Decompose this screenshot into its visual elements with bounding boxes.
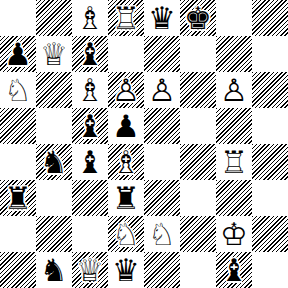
piece-black-rook[interactable]: ♜	[0, 180, 36, 216]
chess-board: ♝♗♜♖♛♚♟♛♕♝♞♘♝♗♟♙♟♙♟♙♝♟♞♝♝♗♜♖♜♜♞♘♞♘♚♔♞♛♕♛…	[0, 0, 288, 288]
square-f6[interactable]	[180, 72, 216, 108]
square-g4[interactable]: ♜♖	[216, 144, 252, 180]
piece-black-knight[interactable]: ♞	[36, 252, 72, 288]
square-c4[interactable]: ♝	[72, 144, 108, 180]
square-d6[interactable]: ♟♙	[108, 72, 144, 108]
piece-fill-glyph: ♝	[72, 108, 108, 144]
piece-outline-glyph: ♗	[108, 144, 144, 180]
square-a7[interactable]: ♟	[0, 36, 36, 72]
piece-white-bishop[interactable]: ♝♗	[72, 72, 108, 108]
piece-black-pawn[interactable]: ♟	[0, 36, 36, 72]
square-a8[interactable]	[0, 0, 36, 36]
square-b2[interactable]	[36, 216, 72, 252]
piece-white-queen[interactable]: ♛♕	[72, 252, 108, 288]
square-f8[interactable]: ♚	[180, 0, 216, 36]
square-g8[interactable]	[216, 0, 252, 36]
piece-black-knight[interactable]: ♞	[36, 144, 72, 180]
square-a6[interactable]: ♞♘	[0, 72, 36, 108]
piece-black-pawn[interactable]: ♟	[108, 108, 144, 144]
square-e2[interactable]: ♞♘	[144, 216, 180, 252]
piece-white-king[interactable]: ♚♔	[216, 216, 252, 252]
piece-outline-glyph: ♙	[108, 72, 144, 108]
square-b3[interactable]	[36, 180, 72, 216]
piece-black-bishop[interactable]: ♝	[72, 36, 108, 72]
piece-black-rook[interactable]: ♜	[108, 180, 144, 216]
piece-white-pawn[interactable]: ♟♙	[108, 72, 144, 108]
square-f3[interactable]	[180, 180, 216, 216]
square-d3[interactable]: ♜	[108, 180, 144, 216]
square-h3[interactable]	[252, 180, 288, 216]
square-h5[interactable]	[252, 108, 288, 144]
square-g3[interactable]	[216, 180, 252, 216]
piece-fill-glyph: ♞	[36, 252, 72, 288]
square-a3[interactable]: ♜	[0, 180, 36, 216]
piece-white-pawn[interactable]: ♟♙	[216, 72, 252, 108]
piece-outline-glyph: ♗	[72, 72, 108, 108]
square-c6[interactable]: ♝♗	[72, 72, 108, 108]
square-b1[interactable]: ♞	[36, 252, 72, 288]
square-h4[interactable]	[252, 144, 288, 180]
square-e3[interactable]	[144, 180, 180, 216]
piece-fill-glyph: ♚	[180, 0, 216, 36]
square-b8[interactable]	[36, 0, 72, 36]
piece-white-bishop[interactable]: ♝♗	[72, 0, 108, 36]
square-f4[interactable]	[180, 144, 216, 180]
square-b6[interactable]	[36, 72, 72, 108]
square-d7[interactable]	[108, 36, 144, 72]
piece-outline-glyph: ♘	[108, 216, 144, 252]
piece-fill-glyph: ♜	[0, 180, 36, 216]
square-c3[interactable]	[72, 180, 108, 216]
piece-outline-glyph: ♘	[0, 72, 36, 108]
piece-outline-glyph: ♕	[72, 252, 108, 288]
square-f2[interactable]	[180, 216, 216, 252]
piece-black-queen[interactable]: ♛	[144, 0, 180, 36]
square-h1[interactable]	[252, 252, 288, 288]
square-h7[interactable]	[252, 36, 288, 72]
square-f1[interactable]	[180, 252, 216, 288]
piece-outline-glyph: ♗	[72, 0, 108, 36]
piece-white-pawn[interactable]: ♟♙	[144, 72, 180, 108]
piece-outline-glyph: ♔	[216, 216, 252, 252]
square-e4[interactable]	[144, 144, 180, 180]
square-h6[interactable]	[252, 72, 288, 108]
piece-white-bishop[interactable]: ♝♗	[108, 144, 144, 180]
square-c8[interactable]: ♝♗	[72, 0, 108, 36]
piece-outline-glyph: ♖	[108, 0, 144, 36]
square-b7[interactable]: ♛♕	[36, 36, 72, 72]
square-e8[interactable]: ♛	[144, 0, 180, 36]
square-a4[interactable]	[0, 144, 36, 180]
piece-black-queen[interactable]: ♛	[108, 252, 144, 288]
square-c2[interactable]	[72, 216, 108, 252]
square-d1[interactable]: ♛	[108, 252, 144, 288]
square-f7[interactable]	[180, 36, 216, 72]
piece-fill-glyph: ♞	[36, 144, 72, 180]
square-b4[interactable]: ♞	[36, 144, 72, 180]
square-d2[interactable]: ♞♘	[108, 216, 144, 252]
piece-black-king[interactable]: ♚	[180, 0, 216, 36]
square-e6[interactable]: ♟♙	[144, 72, 180, 108]
square-f5[interactable]	[180, 108, 216, 144]
piece-black-bishop[interactable]: ♝	[72, 144, 108, 180]
piece-white-rook[interactable]: ♜♖	[216, 144, 252, 180]
square-h8[interactable]	[252, 0, 288, 36]
piece-fill-glyph: ♝	[216, 252, 252, 288]
square-d5[interactable]: ♟	[108, 108, 144, 144]
piece-white-rook[interactable]: ♜♖	[108, 0, 144, 36]
piece-fill-glyph: ♟	[0, 36, 36, 72]
square-a1[interactable]	[0, 252, 36, 288]
piece-fill-glyph: ♝	[72, 144, 108, 180]
piece-outline-glyph: ♙	[144, 72, 180, 108]
square-a5[interactable]	[0, 108, 36, 144]
piece-outline-glyph: ♕	[36, 36, 72, 72]
piece-outline-glyph: ♙	[216, 72, 252, 108]
piece-fill-glyph: ♝	[72, 36, 108, 72]
square-e5[interactable]	[144, 108, 180, 144]
piece-outline-glyph: ♖	[216, 144, 252, 180]
square-c7[interactable]: ♝	[72, 36, 108, 72]
piece-outline-glyph: ♘	[144, 216, 180, 252]
square-g6[interactable]: ♟♙	[216, 72, 252, 108]
piece-fill-glyph: ♛	[144, 0, 180, 36]
square-h2[interactable]	[252, 216, 288, 252]
square-a2[interactable]	[0, 216, 36, 252]
square-g2[interactable]: ♚♔	[216, 216, 252, 252]
piece-white-knight[interactable]: ♞♘	[108, 216, 144, 252]
piece-white-knight[interactable]: ♞♘	[0, 72, 36, 108]
piece-white-queen[interactable]: ♛♕	[36, 36, 72, 72]
piece-white-knight[interactable]: ♞♘	[144, 216, 180, 252]
piece-fill-glyph: ♛	[108, 252, 144, 288]
square-d4[interactable]: ♝♗	[108, 144, 144, 180]
square-g5[interactable]	[216, 108, 252, 144]
square-c5[interactable]: ♝	[72, 108, 108, 144]
piece-fill-glyph: ♟	[108, 108, 144, 144]
square-e1[interactable]	[144, 252, 180, 288]
square-b5[interactable]	[36, 108, 72, 144]
square-g7[interactable]	[216, 36, 252, 72]
square-e7[interactable]	[144, 36, 180, 72]
square-d8[interactable]: ♜♖	[108, 0, 144, 36]
piece-black-bishop[interactable]: ♝	[216, 252, 252, 288]
square-g1[interactable]: ♝	[216, 252, 252, 288]
piece-black-bishop[interactable]: ♝	[72, 108, 108, 144]
piece-fill-glyph: ♜	[108, 180, 144, 216]
square-c1[interactable]: ♛♕	[72, 252, 108, 288]
